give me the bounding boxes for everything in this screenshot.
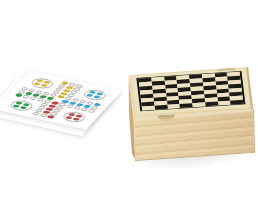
board-square-dark (154, 105, 167, 110)
board-square-light (218, 101, 231, 106)
board-square-light (167, 104, 180, 109)
checkerboard (138, 72, 243, 111)
board-square-dark (180, 103, 193, 108)
thumb-notch (158, 114, 175, 121)
checkerboard-frame (136, 71, 245, 111)
wooden-box-lid-top (129, 67, 253, 117)
board-square-dark (205, 101, 218, 106)
board-square-light (192, 102, 205, 107)
ludo-start-cell-red (47, 115, 55, 119)
ludo-track-cell (87, 109, 95, 113)
product-photo-scene (0, 0, 258, 222)
board-square-light (142, 106, 155, 111)
wooden-box-front-face (134, 109, 255, 161)
board-square-dark (230, 100, 243, 105)
